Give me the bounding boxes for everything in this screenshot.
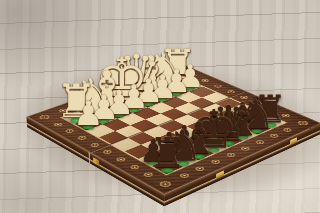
- brass-hinge-icon: [93, 157, 99, 166]
- square-f4: [130, 119, 158, 131]
- border-rosette-icon: [52, 122, 63, 127]
- border-rosette-icon: [115, 156, 127, 162]
- square-e5: [158, 120, 186, 132]
- square-b8: [243, 122, 271, 135]
- border-rosette-icon: [240, 146, 252, 152]
- square-e8: [199, 140, 228, 154]
- brass-clasp-icon: [216, 170, 224, 178]
- border-rosette-icon: [88, 97, 99, 102]
- square-h4: [99, 131, 128, 144]
- square-g6: [141, 139, 170, 152]
- border-rosette-icon: [254, 139, 266, 144]
- border-rosette-icon: [103, 92, 114, 96]
- square-e7: [185, 133, 214, 146]
- border-rosette-icon: [200, 79, 210, 83]
- border-rosette-icon: [188, 73, 198, 77]
- brass-clasp-icon: [290, 137, 297, 145]
- square-g7: [154, 146, 184, 160]
- square-f5: [143, 126, 171, 139]
- square-h5: [112, 138, 141, 151]
- border-rosette-icon: [210, 159, 222, 165]
- border-rosette-icon: [296, 120, 310, 126]
- square-g3: [102, 119, 130, 131]
- border-rosette-icon: [89, 142, 101, 147]
- border-rosette-icon: [252, 101, 263, 106]
- square-f7: [170, 139, 199, 152]
- square-d6: [186, 121, 214, 133]
- square-c8: [229, 128, 258, 141]
- border-rosette-icon: [194, 166, 206, 172]
- border-rosette-icon: [282, 127, 294, 132]
- square-h8: [152, 159, 182, 174]
- square-g8: [168, 153, 198, 167]
- border-rosette-icon: [173, 67, 186, 72]
- square-d7: [200, 127, 229, 140]
- square-h6: [125, 145, 154, 159]
- chess-set-photo: ♜♞♟♝♟♛♟♚♟♝♟♞♟♟♜♟♟♜♟♟♞♟♝♟♛♟♚♟♝♟♞♜: [0, 0, 320, 213]
- square-h7: [138, 152, 168, 166]
- border-rosette-icon: [131, 82, 141, 86]
- border-rosette-icon: [128, 164, 140, 170]
- border-rosette-icon: [213, 84, 224, 88]
- square-e6: [172, 126, 200, 139]
- border-rosette-icon: [268, 133, 280, 138]
- square-g4: [115, 125, 143, 138]
- border-rosette-icon: [239, 95, 250, 100]
- border-rosette-icon: [64, 129, 75, 134]
- border-rosette-icon: [266, 107, 277, 112]
- border-rosette-icon: [102, 149, 114, 155]
- border-rosette-icon: [178, 173, 191, 179]
- border-rosette-icon: [159, 73, 169, 77]
- border-rosette-icon: [57, 108, 68, 113]
- square-f6: [156, 132, 185, 145]
- border-rosette-icon: [280, 113, 291, 118]
- border-rosette-icon: [145, 77, 155, 81]
- border-rosette-icon: [73, 103, 84, 108]
- border-rosette-icon: [38, 114, 52, 120]
- border-rosette-icon: [117, 87, 128, 91]
- border-rosette-icon: [157, 180, 173, 188]
- square-g5: [128, 132, 157, 145]
- border-rosette-icon: [142, 172, 155, 178]
- border-rosette-icon: [225, 152, 237, 158]
- square-c7: [214, 121, 242, 134]
- square-f8: [184, 146, 214, 160]
- square-h3: [87, 125, 115, 138]
- fold-seam-side: [88, 152, 90, 164]
- border-rosette-icon: [226, 90, 237, 94]
- square-d8: [214, 134, 243, 147]
- border-rosette-icon: [76, 135, 88, 140]
